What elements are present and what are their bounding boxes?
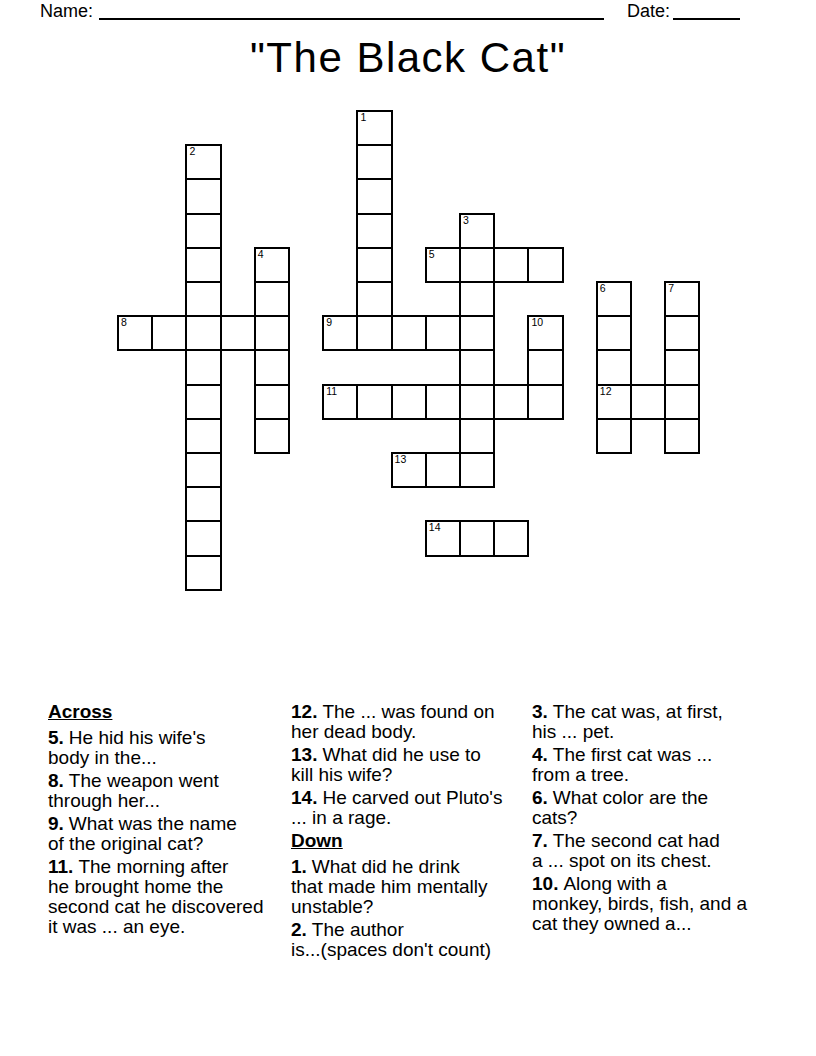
clue-number-label: 11. [48, 856, 73, 877]
grid-cell-r8c8[interactable] [391, 384, 427, 420]
clue-number-label: 1. [291, 856, 307, 877]
grid-cell-r9c10[interactable] [459, 418, 495, 454]
crossword-worksheet-page: { "game": "crossword", "title": "\"The B… [0, 0, 816, 1056]
cell-number-6: 6 [600, 283, 606, 294]
clue-text: What did he use to kill his wife? [291, 744, 481, 785]
across-heading: Across [48, 702, 298, 722]
grid-cell-r9c16[interactable] [664, 418, 700, 454]
grid-cell-r4c12[interactable] [527, 247, 563, 283]
grid-cell-r8c14[interactable]: 12 [596, 384, 632, 420]
clue-14: 14.He carved out Pluto's ... in a rage. [291, 788, 541, 828]
clue-11: 11.The morning after he brought home the… [48, 857, 298, 937]
clue-number-label: 13. [291, 744, 317, 765]
down-heading: Down [291, 831, 541, 851]
grid-cell-r6c14[interactable] [596, 315, 632, 351]
clue-text: The morning after he brought home the se… [48, 856, 263, 937]
clue-1: 1.What did he drink that made him mental… [291, 857, 541, 917]
grid-cell-r4c4[interactable]: 4 [254, 247, 290, 283]
grid-cell-r8c11[interactable] [493, 384, 529, 420]
grid-cell-r12c11[interactable] [493, 520, 529, 556]
grid-cell-r12c2[interactable] [185, 520, 221, 556]
clue-6: 6.What color are the cats? [532, 788, 782, 828]
clue-number-label: 9. [48, 813, 64, 834]
grid-cell-r13c2[interactable] [185, 555, 221, 591]
grid-cell-r3c10[interactable]: 3 [459, 213, 495, 249]
clue-number-label: 3. [532, 701, 548, 722]
grid-cell-r7c4[interactable] [254, 349, 290, 385]
grid-cell-r6c0[interactable]: 8 [117, 315, 153, 351]
clue-text: The first cat was ... from a tree. [532, 744, 712, 785]
clue-text: The ... was found on her dead body. [291, 701, 495, 742]
clue-number-label: 10. [532, 873, 558, 894]
grid-cell-r4c7[interactable] [356, 247, 392, 283]
clue-text: He hid his wife's body in the... [48, 727, 206, 768]
grid-cell-r7c12[interactable] [527, 349, 563, 385]
cell-number-12: 12 [600, 386, 612, 397]
cell-number-8: 8 [121, 317, 127, 328]
grid-cell-r10c8[interactable]: 13 [391, 452, 427, 488]
cell-number-13: 13 [395, 454, 407, 465]
clue-number-label: 8. [48, 770, 64, 791]
clue-7: 7.The second cat had a ... spot on its c… [532, 831, 782, 871]
grid-cell-r9c2[interactable] [185, 418, 221, 454]
date-label: Date: [627, 1, 670, 22]
grid-cell-r5c7[interactable] [356, 281, 392, 317]
grid-cell-r9c14[interactable] [596, 418, 632, 454]
clue-number-label: 6. [532, 787, 548, 808]
clue-number-label: 14. [291, 787, 317, 808]
clue-number-label: 12. [291, 701, 317, 722]
clue-text: The author is...(spaces don't count) [291, 919, 491, 960]
grid-cell-r8c12[interactable] [527, 384, 563, 420]
cell-number-9: 9 [326, 317, 332, 328]
cell-number-14: 14 [429, 522, 441, 533]
grid-cell-r6c4[interactable] [254, 315, 290, 351]
name-label: Name: [40, 1, 93, 22]
clue-3: 3.The cat was, at first, his ... pet. [532, 702, 782, 742]
grid-cell-r6c2[interactable] [185, 315, 221, 351]
grid-cell-r10c2[interactable] [185, 452, 221, 488]
grid-cell-r4c2[interactable] [185, 247, 221, 283]
grid-cell-r10c9[interactable] [425, 452, 461, 488]
grid-cell-r0c7[interactable]: 1 [356, 110, 392, 146]
grid-cell-r4c9[interactable]: 5 [425, 247, 461, 283]
grid-cell-r6c9[interactable] [425, 315, 461, 351]
clue-text: The second cat had a ... spot on its che… [532, 830, 720, 871]
grid-cell-r11c2[interactable] [185, 486, 221, 522]
clue-text: The weapon went through her... [48, 770, 219, 811]
name-input-line[interactable] [99, 18, 604, 20]
clue-number-label: 5. [48, 727, 64, 748]
crossword-grid: 1234567891011121314 [117, 110, 703, 594]
clue-number-label: 4. [532, 744, 548, 765]
grid-cell-r5c4[interactable] [254, 281, 290, 317]
grid-cell-r12c10[interactable] [459, 520, 495, 556]
clue-column-2: 12.The ... was found on her dead body.13… [291, 702, 541, 963]
cell-number-1: 1 [360, 112, 366, 123]
grid-cell-r7c2[interactable] [185, 349, 221, 385]
clue-number-label: 7. [532, 830, 548, 851]
clue-12: 12.The ... was found on her dead body. [291, 702, 541, 742]
grid-cell-r8c16[interactable] [664, 384, 700, 420]
clue-10: 10.Along with a monkey, birds, fish, and… [532, 874, 782, 934]
grid-cell-r6c1[interactable] [151, 315, 187, 351]
clue-13: 13.What did he use to kill his wife? [291, 745, 541, 785]
puzzle-title: "The Black Cat" [0, 34, 816, 82]
grid-cell-r8c15[interactable] [630, 384, 666, 420]
grid-cell-r1c7[interactable] [356, 144, 392, 180]
cell-number-7: 7 [668, 283, 674, 294]
grid-cell-r5c16[interactable]: 7 [664, 281, 700, 317]
grid-cell-r10c10[interactable] [459, 452, 495, 488]
clue-text: He carved out Pluto's ... in a rage. [291, 787, 502, 828]
grid-cell-r8c6[interactable]: 11 [322, 384, 358, 420]
grid-cell-r6c10[interactable] [459, 315, 495, 351]
clue-text: What color are the cats? [532, 787, 708, 828]
grid-cell-r6c7[interactable] [356, 315, 392, 351]
clue-2: 2.The author is...(spaces don't count) [291, 920, 541, 960]
grid-cell-r5c10[interactable] [459, 281, 495, 317]
grid-cell-r6c8[interactable] [391, 315, 427, 351]
clue-column-1: Across5.He hid his wife's body in the...… [48, 702, 298, 940]
grid-cell-r3c7[interactable] [356, 213, 392, 249]
grid-cell-r1c2[interactable]: 2 [185, 144, 221, 180]
clue-text: What was the name of the original cat? [48, 813, 237, 854]
grid-cell-r8c2[interactable] [185, 384, 221, 420]
grid-cell-r2c2[interactable] [185, 178, 221, 214]
grid-cell-r4c11[interactable] [493, 247, 529, 283]
grid-cell-r12c9[interactable]: 14 [425, 520, 461, 556]
clue-text: What did he drink that made him mentally… [291, 856, 487, 917]
clue-9: 9.What was the name of the original cat? [48, 814, 298, 854]
date-input-line[interactable] [673, 18, 740, 20]
grid-cell-r2c7[interactable] [356, 178, 392, 214]
grid-cell-r8c10[interactable] [459, 384, 495, 420]
grid-cell-r6c6[interactable]: 9 [322, 315, 358, 351]
clue-text: Along with a monkey, birds, fish, and a … [532, 873, 747, 934]
grid-cell-r7c16[interactable] [664, 349, 700, 385]
grid-cell-r4c10[interactable] [459, 247, 495, 283]
grid-cell-r3c2[interactable] [185, 213, 221, 249]
clue-4: 4.The first cat was ... from a tree. [532, 745, 782, 785]
cell-number-11: 11 [326, 386, 337, 397]
cell-number-3: 3 [463, 215, 469, 226]
clue-5: 5.He hid his wife's body in the... [48, 728, 298, 768]
clue-8: 8.The weapon went through her... [48, 771, 298, 811]
cell-number-10: 10 [531, 317, 543, 328]
grid-cell-r8c4[interactable] [254, 384, 290, 420]
cell-number-4: 4 [258, 249, 264, 260]
grid-cell-r6c16[interactable] [664, 315, 700, 351]
clue-column-3: 3.The cat was, at first, his ... pet.4.T… [532, 702, 782, 937]
clue-number-label: 2. [291, 919, 307, 940]
grid-cell-r8c9[interactable] [425, 384, 461, 420]
cell-number-2: 2 [189, 146, 195, 157]
grid-cell-r5c14[interactable]: 6 [596, 281, 632, 317]
grid-cell-r7c10[interactable] [459, 349, 495, 385]
grid-cell-r9c4[interactable] [254, 418, 290, 454]
grid-cell-r6c3[interactable] [220, 315, 256, 351]
cell-number-5: 5 [429, 249, 435, 260]
grid-cell-r7c14[interactable] [596, 349, 632, 385]
grid-cell-r5c2[interactable] [185, 281, 221, 317]
grid-cell-r6c12[interactable]: 10 [527, 315, 563, 351]
clue-text: The cat was, at first, his ... pet. [532, 701, 723, 742]
grid-cell-r8c7[interactable] [356, 384, 392, 420]
